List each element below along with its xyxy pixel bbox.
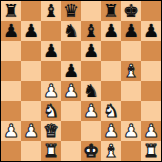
square-f6[interactable] (101, 41, 121, 61)
square-c3[interactable]: ♞ (41, 101, 61, 121)
white-pawn: ♟ (21, 121, 41, 141)
square-a4[interactable] (1, 81, 21, 101)
black-pawn: ♟ (81, 41, 101, 61)
white-pawn: ♟ (61, 81, 81, 101)
square-e2[interactable] (81, 121, 101, 141)
square-c7[interactable] (41, 21, 61, 41)
white-rook: ♜ (41, 141, 61, 161)
square-a8[interactable]: ♜ (1, 1, 21, 21)
white-knight: ♞ (101, 101, 121, 121)
square-d3[interactable] (61, 101, 81, 121)
white-bishop: ♝ (101, 141, 121, 161)
black-rook: ♜ (101, 1, 121, 21)
square-c6[interactable]: ♟ (41, 41, 61, 61)
square-b4[interactable] (21, 81, 41, 101)
white-pawn: ♟ (101, 121, 121, 141)
black-pawn: ♟ (1, 21, 21, 41)
square-g5[interactable]: ♝ (121, 61, 141, 81)
square-b3[interactable] (21, 101, 41, 121)
square-g3[interactable] (121, 101, 141, 121)
square-g2[interactable]: ♟ (121, 121, 141, 141)
square-g8[interactable]: ♚ (121, 1, 141, 21)
square-f2[interactable]: ♟ (101, 121, 121, 141)
square-h4[interactable] (141, 81, 161, 101)
square-g7[interactable]: ♟ (121, 21, 141, 41)
square-c2[interactable]: ♛ (41, 121, 61, 141)
black-king: ♚ (121, 1, 141, 21)
white-knight: ♞ (41, 101, 61, 121)
square-b2[interactable]: ♟ (21, 121, 41, 141)
black-pawn: ♟ (61, 61, 81, 81)
square-d1[interactable] (61, 141, 81, 161)
square-g4[interactable] (121, 81, 141, 101)
square-a3[interactable] (1, 101, 21, 121)
square-g1[interactable] (121, 141, 141, 161)
black-pawn: ♟ (121, 21, 141, 41)
black-knight: ♞ (81, 81, 101, 101)
black-bishop: ♝ (81, 21, 101, 41)
square-f7[interactable]: ♟ (101, 21, 121, 41)
square-b6[interactable] (21, 41, 41, 61)
square-a1[interactable] (1, 141, 21, 161)
black-pawn: ♟ (141, 21, 161, 41)
square-h8[interactable] (141, 1, 161, 21)
square-h6[interactable] (141, 41, 161, 61)
square-c8[interactable]: ♝ (41, 1, 61, 21)
black-bishop: ♝ (41, 1, 61, 21)
white-pawn: ♟ (41, 81, 61, 101)
white-pawn: ♟ (121, 121, 141, 141)
square-f1[interactable]: ♝ (101, 141, 121, 161)
square-a7[interactable]: ♟ (1, 21, 21, 41)
square-e5[interactable] (81, 61, 101, 81)
white-rook: ♜ (141, 141, 161, 161)
square-f3[interactable]: ♞ (101, 101, 121, 121)
square-h7[interactable]: ♟ (141, 21, 161, 41)
square-f8[interactable]: ♜ (101, 1, 121, 21)
black-queen: ♛ (61, 1, 81, 21)
square-e6[interactable]: ♟ (81, 41, 101, 61)
square-h1[interactable]: ♜ (141, 141, 161, 161)
black-pawn: ♟ (41, 41, 61, 61)
square-h5[interactable] (141, 61, 161, 81)
square-f4[interactable] (101, 81, 121, 101)
square-e8[interactable] (81, 1, 101, 21)
black-rook: ♜ (1, 1, 21, 21)
square-c4[interactable]: ♟ (41, 81, 61, 101)
square-f5[interactable] (101, 61, 121, 81)
square-d8[interactable]: ♛ (61, 1, 81, 21)
white-queen: ♛ (41, 121, 61, 141)
white-pawn: ♟ (81, 101, 101, 121)
square-a2[interactable]: ♟ (1, 121, 21, 141)
square-a6[interactable] (1, 41, 21, 61)
white-bishop: ♝ (121, 61, 141, 81)
square-e1[interactable]: ♚ (81, 141, 101, 161)
black-pawn: ♟ (21, 21, 41, 41)
square-b7[interactable]: ♟ (21, 21, 41, 41)
square-a5[interactable] (1, 61, 21, 81)
chess-board: ♜♝♛♜♚♟♟♞♝♟♟♟♟♟♟♝♟♟♞♞♟♞♟♟♛♟♟♟♜♚♝♜ (0, 0, 162, 162)
square-e7[interactable]: ♝ (81, 21, 101, 41)
square-d4[interactable]: ♟ (61, 81, 81, 101)
white-king: ♚ (81, 141, 101, 161)
square-e4[interactable]: ♞ (81, 81, 101, 101)
square-d7[interactable]: ♞ (61, 21, 81, 41)
square-b5[interactable] (21, 61, 41, 81)
black-pawn: ♟ (101, 21, 121, 41)
square-c5[interactable] (41, 61, 61, 81)
square-e3[interactable]: ♟ (81, 101, 101, 121)
square-c1[interactable]: ♜ (41, 141, 61, 161)
white-pawn: ♟ (141, 121, 161, 141)
square-h3[interactable] (141, 101, 161, 121)
square-b1[interactable] (21, 141, 41, 161)
square-g6[interactable] (121, 41, 141, 61)
square-d5[interactable]: ♟ (61, 61, 81, 81)
square-h2[interactable]: ♟ (141, 121, 161, 141)
square-d6[interactable] (61, 41, 81, 61)
white-pawn: ♟ (1, 121, 21, 141)
square-b8[interactable] (21, 1, 41, 21)
square-d2[interactable] (61, 121, 81, 141)
black-knight: ♞ (61, 21, 81, 41)
